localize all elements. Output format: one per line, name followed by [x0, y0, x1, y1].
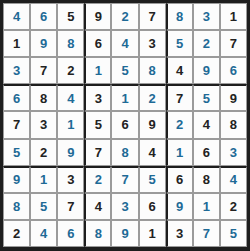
- user-digit: 4: [67, 92, 74, 105]
- given-digit: 8: [230, 118, 237, 131]
- user-digit: 2: [176, 118, 183, 131]
- user-digit: 8: [13, 200, 20, 213]
- user-digit: 8: [176, 10, 183, 23]
- given-digit: 8: [203, 173, 210, 186]
- user-digit: 9: [203, 64, 210, 77]
- user-digit: 9: [176, 200, 183, 213]
- given-digit: 1: [13, 37, 20, 50]
- sudoku-cell-r3c5[interactable]: 5: [111, 57, 138, 84]
- sudoku-cell-r4c7[interactable]: 7: [166, 84, 193, 111]
- user-digit: 2: [203, 37, 210, 50]
- sudoku-cell-r1c7[interactable]: 8: [166, 3, 193, 30]
- sudoku-cell-r9c8[interactable]: 7: [193, 220, 220, 247]
- sudoku-cell-r3c3[interactable]: 2: [57, 57, 84, 84]
- sudoku-cell-r6c1[interactable]: 5: [3, 139, 30, 166]
- given-digit: 7: [230, 37, 237, 50]
- sudoku-cell-r2c3[interactable]: 8: [57, 30, 84, 57]
- user-digit: 5: [40, 200, 47, 213]
- given-digit: 8: [40, 92, 47, 105]
- sudoku-cell-r7c1[interactable]: 9: [3, 166, 30, 193]
- sudoku-cell-r5c1[interactable]: 7: [3, 111, 30, 138]
- sudoku-cell-r7c2[interactable]: 1: [30, 166, 57, 193]
- given-digit: 5: [67, 10, 74, 23]
- given-digit: 2: [40, 146, 47, 159]
- sudoku-cell-r1c4[interactable]: 9: [84, 3, 111, 30]
- sudoku-cell-r9c5[interactable]: 9: [111, 220, 138, 247]
- user-digit: 3: [203, 10, 210, 23]
- sudoku-cell-r1c6[interactable]: 7: [139, 3, 166, 30]
- given-digit: 3: [176, 227, 183, 240]
- sudoku-cell-r3c7[interactable]: 4: [166, 57, 193, 84]
- user-digit: 6: [13, 92, 20, 105]
- sudoku-cell-r6c7[interactable]: 1: [166, 139, 193, 166]
- sudoku-cell-r7c5[interactable]: 7: [111, 166, 138, 193]
- given-digit: 7: [40, 64, 47, 77]
- user-digit: 3: [121, 200, 128, 213]
- given-digit: 2: [67, 64, 74, 77]
- given-digit: 1: [148, 227, 155, 240]
- sudoku-cell-r5c2[interactable]: 3: [30, 111, 57, 138]
- given-digit: 7: [13, 118, 20, 131]
- given-digit: 4: [203, 118, 210, 131]
- user-digit: 9: [121, 227, 128, 240]
- user-digit: 5: [176, 37, 183, 50]
- sudoku-cell-r5c9[interactable]: 8: [220, 111, 247, 138]
- given-digit: 3: [40, 118, 47, 131]
- user-digit: 4: [121, 37, 128, 50]
- user-digit: 3: [13, 64, 20, 77]
- user-digit: 9: [40, 37, 47, 50]
- user-digit: 1: [67, 118, 74, 131]
- sudoku-cell-r9c1[interactable]: 2: [3, 220, 30, 247]
- sudoku-cell-r2c1[interactable]: 1: [3, 30, 30, 57]
- sudoku-cell-r4c5[interactable]: 1: [111, 84, 138, 111]
- sudoku-cell-r6c9[interactable]: 3: [220, 139, 247, 166]
- user-digit: 9: [13, 173, 20, 186]
- sudoku-cell-r9c3[interactable]: 6: [57, 220, 84, 247]
- given-digit: 7: [67, 200, 74, 213]
- sudoku-cell-r7c3[interactable]: 3: [57, 166, 84, 193]
- sudoku-cell-r2c9[interactable]: 7: [220, 30, 247, 57]
- user-digit: 3: [230, 146, 237, 159]
- user-digit: 1: [40, 173, 47, 186]
- given-digit: 6: [176, 173, 183, 186]
- sudoku-cell-r7c9[interactable]: 4: [220, 166, 247, 193]
- given-digit: 7: [176, 92, 183, 105]
- sudoku-cell-r2c8[interactable]: 2: [193, 30, 220, 57]
- given-digit: 6: [121, 118, 128, 131]
- given-digit: 3: [95, 92, 102, 105]
- given-digit: 3: [67, 173, 74, 186]
- given-digit: 6: [148, 200, 155, 213]
- user-digit: 8: [148, 64, 155, 77]
- sudoku-cell-r7c4[interactable]: 2: [84, 166, 111, 193]
- sudoku-cell-r4c3[interactable]: 4: [57, 84, 84, 111]
- sudoku-cell-r5c8[interactable]: 4: [193, 111, 220, 138]
- sudoku-cell-r3c1[interactable]: 3: [3, 57, 30, 84]
- user-digit: 4: [13, 10, 20, 23]
- given-digit: 9: [148, 118, 155, 131]
- sudoku-cell-r8c7[interactable]: 9: [166, 193, 193, 220]
- sudoku-cell-r5c7[interactable]: 2: [166, 111, 193, 138]
- given-digit: 7: [95, 146, 102, 159]
- user-digit: 1: [203, 200, 210, 213]
- given-digit: 9: [95, 10, 102, 23]
- given-digit: 6: [203, 146, 210, 159]
- sudoku-cell-r8c8[interactable]: 1: [193, 193, 220, 220]
- sudoku-cell-r2c6[interactable]: 3: [139, 30, 166, 57]
- user-digit: 8: [95, 227, 102, 240]
- sudoku-cell-r8c5[interactable]: 3: [111, 193, 138, 220]
- sudoku-board: 4659278311986435273721584966843127597315…: [0, 0, 250, 251]
- sudoku-cell-r4c4[interactable]: 3: [84, 84, 111, 111]
- sudoku-cell-r4c8[interactable]: 5: [193, 84, 220, 111]
- given-digit: 7: [148, 10, 155, 23]
- sudoku-cell-r9c7[interactable]: 3: [166, 220, 193, 247]
- sudoku-cell-r6c2[interactable]: 2: [30, 139, 57, 166]
- user-digit: 6: [40, 10, 47, 23]
- user-digit: 6: [230, 64, 237, 77]
- sudoku-cell-r5c4[interactable]: 5: [84, 111, 111, 138]
- sudoku-cell-r9c6[interactable]: 1: [139, 220, 166, 247]
- given-digit: 6: [95, 37, 102, 50]
- given-digit: 9: [230, 92, 237, 105]
- sudoku-cell-r8c2[interactable]: 5: [30, 193, 57, 220]
- sudoku-cell-r6c6[interactable]: 4: [139, 139, 166, 166]
- sudoku-cell-r3c6[interactable]: 8: [139, 57, 166, 84]
- sudoku-cell-r8c1[interactable]: 8: [3, 193, 30, 220]
- sudoku-cell-r4c6[interactable]: 2: [139, 84, 166, 111]
- user-digit: 2: [121, 10, 128, 23]
- user-digit: 7: [121, 173, 128, 186]
- user-digit: 1: [95, 64, 102, 77]
- given-digit: 2: [230, 200, 237, 213]
- sudoku-cell-r3c4[interactable]: 1: [84, 57, 111, 84]
- sudoku-cell-r1c9[interactable]: 1: [220, 3, 247, 30]
- sudoku-cell-r8c9[interactable]: 2: [220, 193, 247, 220]
- sudoku-cell-r5c5[interactable]: 6: [111, 111, 138, 138]
- sudoku-cell-r3c8[interactable]: 9: [193, 57, 220, 84]
- sudoku-cell-r5c3[interactable]: 1: [57, 111, 84, 138]
- user-digit: 5: [148, 173, 155, 186]
- sudoku-cell-r9c4[interactable]: 8: [84, 220, 111, 247]
- sudoku-cell-r7c6[interactable]: 5: [139, 166, 166, 193]
- user-digit: 4: [230, 173, 237, 186]
- sudoku-cell-r8c4[interactable]: 4: [84, 193, 111, 220]
- given-digit: 2: [13, 227, 20, 240]
- sudoku-cell-r6c3[interactable]: 9: [57, 139, 84, 166]
- user-digit: 2: [95, 173, 102, 186]
- sudoku-cell-r2c7[interactable]: 5: [166, 30, 193, 57]
- sudoku-cell-r9c9[interactable]: 5: [220, 220, 247, 247]
- sudoku-cell-r6c4[interactable]: 7: [84, 139, 111, 166]
- given-digit: 1: [230, 10, 237, 23]
- sudoku-cell-r8c3[interactable]: 7: [57, 193, 84, 220]
- sudoku-cell-r1c8[interactable]: 3: [193, 3, 220, 30]
- given-digit: 3: [148, 37, 155, 50]
- sudoku-cell-r7c8[interactable]: 8: [193, 166, 220, 193]
- user-digit: 1: [176, 146, 183, 159]
- user-digit: 2: [148, 92, 155, 105]
- given-digit: 4: [95, 200, 102, 213]
- given-digit: 4: [176, 64, 183, 77]
- given-digit: 5: [95, 118, 102, 131]
- sudoku-cell-r1c5[interactable]: 2: [111, 3, 138, 30]
- sudoku-cell-r9c2[interactable]: 4: [30, 220, 57, 247]
- sudoku-cell-r8c6[interactable]: 6: [139, 193, 166, 220]
- given-digit: 4: [148, 146, 155, 159]
- user-digit: 9: [67, 146, 74, 159]
- sudoku-cell-r1c2[interactable]: 6: [30, 3, 57, 30]
- sudoku-cell-r3c9[interactable]: 6: [220, 57, 247, 84]
- sudoku-cell-r6c5[interactable]: 8: [111, 139, 138, 166]
- sudoku-cell-r5c6[interactable]: 9: [139, 111, 166, 138]
- sudoku-cell-r2c2[interactable]: 9: [30, 30, 57, 57]
- sudoku-cell-r7c7[interactable]: 6: [166, 166, 193, 193]
- user-digit: 7: [203, 227, 210, 240]
- sudoku-cell-r2c5[interactable]: 4: [111, 30, 138, 57]
- sudoku-cell-r2c4[interactable]: 6: [84, 30, 111, 57]
- user-digit: 1: [121, 92, 128, 105]
- user-digit: 8: [67, 37, 74, 50]
- sudoku-cell-r4c2[interactable]: 8: [30, 84, 57, 111]
- user-digit: 5: [230, 227, 237, 240]
- sudoku-cell-r3c2[interactable]: 7: [30, 57, 57, 84]
- user-digit: 5: [203, 92, 210, 105]
- sudoku-cell-r1c3[interactable]: 5: [57, 3, 84, 30]
- user-digit: 8: [121, 146, 128, 159]
- sudoku-cell-r1c1[interactable]: 4: [3, 3, 30, 30]
- sudoku-cell-r4c9[interactable]: 9: [220, 84, 247, 111]
- user-digit: 5: [121, 64, 128, 77]
- sudoku-cell-r4c1[interactable]: 6: [3, 84, 30, 111]
- user-digit: 6: [67, 227, 74, 240]
- user-digit: 4: [40, 227, 47, 240]
- sudoku-cell-r6c8[interactable]: 6: [193, 139, 220, 166]
- user-digit: 5: [13, 146, 20, 159]
